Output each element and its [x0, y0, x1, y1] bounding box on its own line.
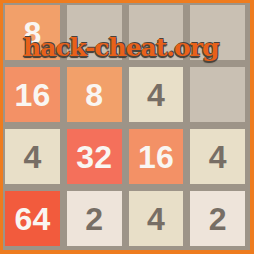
tile-4: 4 [5, 129, 60, 184]
tile-4: 4 [129, 191, 184, 246]
empty-cell [190, 5, 245, 60]
tile-2: 2 [190, 191, 245, 246]
tile-4: 4 [190, 129, 245, 184]
empty-cell [129, 5, 184, 60]
tile-64: 64 [5, 191, 60, 246]
2048-board[interactable]: 8168443216464242 [3, 3, 250, 250]
tile-16: 16 [129, 129, 184, 184]
tile-16: 16 [5, 67, 60, 122]
tile-8: 8 [67, 67, 122, 122]
empty-cell [67, 5, 122, 60]
tile-2: 2 [67, 191, 122, 246]
tile-32: 32 [67, 129, 122, 184]
tile-4: 4 [129, 67, 184, 122]
empty-cell [190, 67, 245, 122]
tile-8: 8 [5, 5, 60, 60]
game-frame: 8168443216464242 hack-cheat.org [0, 0, 254, 254]
